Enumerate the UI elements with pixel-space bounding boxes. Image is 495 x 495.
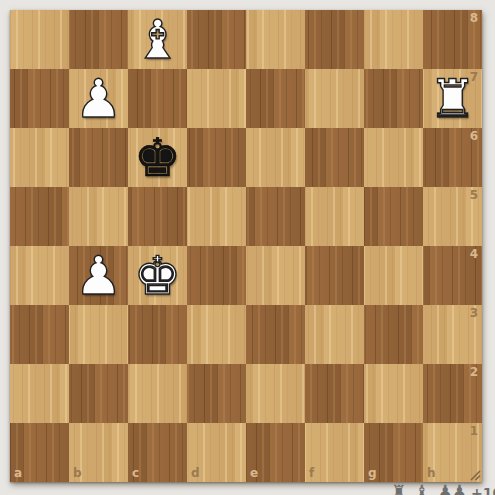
square-e3[interactable] xyxy=(246,305,305,364)
square-b3[interactable] xyxy=(69,305,128,364)
square-h7[interactable]: 7♜ xyxy=(423,69,482,128)
piece-white-rook[interactable]: ♜ xyxy=(423,69,482,128)
square-g5[interactable] xyxy=(364,187,423,246)
square-h1[interactable]: 1h xyxy=(423,423,482,482)
square-a7[interactable] xyxy=(10,69,69,128)
square-c8[interactable]: ♝ xyxy=(128,10,187,69)
square-f8[interactable] xyxy=(305,10,364,69)
square-f2[interactable] xyxy=(305,364,364,423)
piece-white-king[interactable]: ♚ xyxy=(128,246,187,305)
square-h6[interactable]: 6 xyxy=(423,128,482,187)
square-e4[interactable] xyxy=(246,246,305,305)
square-d1[interactable]: d xyxy=(187,423,246,482)
piece-white-bishop[interactable]: ♝ xyxy=(128,10,187,69)
captured-pawn-icon: ♟ xyxy=(452,483,467,495)
square-a4[interactable] xyxy=(10,246,69,305)
piece-black-king[interactable]: ♚ xyxy=(128,128,187,187)
rank-label: 2 xyxy=(470,366,478,378)
square-c7[interactable] xyxy=(128,69,187,128)
square-e2[interactable] xyxy=(246,364,305,423)
rank-label: 4 xyxy=(470,248,478,260)
square-d6[interactable] xyxy=(187,128,246,187)
rank-label: 6 xyxy=(470,130,478,142)
square-d4[interactable] xyxy=(187,246,246,305)
file-label: a xyxy=(14,467,22,479)
square-h5[interactable]: 5 xyxy=(423,187,482,246)
square-a3[interactable] xyxy=(10,305,69,364)
square-e5[interactable] xyxy=(246,187,305,246)
square-h3[interactable]: 3 xyxy=(423,305,482,364)
captured-pieces-tray: ♜♝♟♟ +10 xyxy=(391,483,495,495)
material-advantage: +10 xyxy=(471,485,495,495)
square-g7[interactable] xyxy=(364,69,423,128)
square-h2[interactable]: 2 xyxy=(423,364,482,423)
square-e7[interactable] xyxy=(246,69,305,128)
square-b4[interactable]: ♟ xyxy=(69,246,128,305)
square-a8[interactable] xyxy=(10,10,69,69)
square-g6[interactable] xyxy=(364,128,423,187)
captured-pawn-icon: ♟ xyxy=(438,483,453,495)
square-e1[interactable]: e xyxy=(246,423,305,482)
square-c1[interactable]: c xyxy=(128,423,187,482)
rank-label: 1 xyxy=(470,425,478,437)
captured-rook-icon: ♜ xyxy=(391,483,406,495)
chess-board[interactable]: ♝8♟7♜♚65♟♚432abcdefg1h xyxy=(10,10,482,482)
square-f5[interactable] xyxy=(305,187,364,246)
captured-bishop-icon: ♝ xyxy=(414,483,429,495)
piece-white-pawn[interactable]: ♟ xyxy=(69,246,128,305)
piece-white-pawn[interactable]: ♟ xyxy=(69,69,128,128)
file-label: e xyxy=(250,467,258,479)
square-b6[interactable] xyxy=(69,128,128,187)
square-g2[interactable] xyxy=(364,364,423,423)
square-c2[interactable] xyxy=(128,364,187,423)
square-d2[interactable] xyxy=(187,364,246,423)
resize-handle-icon[interactable] xyxy=(468,468,481,481)
square-h4[interactable]: 4 xyxy=(423,246,482,305)
square-f7[interactable] xyxy=(305,69,364,128)
square-g3[interactable] xyxy=(364,305,423,364)
square-b1[interactable]: b xyxy=(69,423,128,482)
square-d8[interactable] xyxy=(187,10,246,69)
square-b5[interactable] xyxy=(69,187,128,246)
square-c4[interactable]: ♚ xyxy=(128,246,187,305)
square-f1[interactable]: f xyxy=(305,423,364,482)
square-d5[interactable] xyxy=(187,187,246,246)
file-label: d xyxy=(191,467,200,479)
square-f6[interactable] xyxy=(305,128,364,187)
square-c3[interactable] xyxy=(128,305,187,364)
square-b2[interactable] xyxy=(69,364,128,423)
square-d7[interactable] xyxy=(187,69,246,128)
square-b7[interactable]: ♟ xyxy=(69,69,128,128)
file-label: g xyxy=(368,467,377,479)
square-f4[interactable] xyxy=(305,246,364,305)
square-a5[interactable] xyxy=(10,187,69,246)
square-a6[interactable] xyxy=(10,128,69,187)
file-label: h xyxy=(427,467,436,479)
square-f3[interactable] xyxy=(305,305,364,364)
square-c5[interactable] xyxy=(128,187,187,246)
square-a2[interactable] xyxy=(10,364,69,423)
file-label: f xyxy=(309,467,314,479)
square-a1[interactable]: a xyxy=(10,423,69,482)
rank-label: 5 xyxy=(470,189,478,201)
square-b8[interactable] xyxy=(69,10,128,69)
square-g8[interactable] xyxy=(364,10,423,69)
square-c6[interactable]: ♚ xyxy=(128,128,187,187)
square-g1[interactable]: g xyxy=(364,423,423,482)
rank-label: 8 xyxy=(470,12,478,24)
square-g4[interactable] xyxy=(364,246,423,305)
captured-icons: ♜♝♟♟ xyxy=(391,483,467,495)
file-label: b xyxy=(73,467,82,479)
square-e6[interactable] xyxy=(246,128,305,187)
rank-label: 3 xyxy=(470,307,478,319)
file-label: c xyxy=(132,467,139,479)
square-d3[interactable] xyxy=(187,305,246,364)
square-h8[interactable]: 8 xyxy=(423,10,482,69)
square-e8[interactable] xyxy=(246,10,305,69)
